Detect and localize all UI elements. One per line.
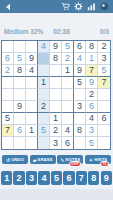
cell-r8c3[interactable]: 1 — [26, 125, 38, 137]
cell-r1c8[interactable]: 8 — [86, 41, 98, 53]
cell-r6c9[interactable] — [98, 101, 110, 113]
cell-r4c2[interactable] — [14, 77, 26, 89]
cart-icon[interactable] — [61, 2, 70, 11]
cell-r9c4[interactable] — [38, 137, 50, 149]
cell-r1c7[interactable]: 6 — [74, 41, 86, 53]
erase-button[interactable]: ▰ERASE — [30, 155, 56, 164]
cell-r5c3[interactable] — [26, 89, 38, 101]
cell-r5c1[interactable] — [2, 89, 14, 101]
numpad-8[interactable]: 8 — [88, 171, 99, 185]
cell-r5c9[interactable] — [98, 89, 110, 101]
cell-r3c6[interactable]: 1 — [62, 65, 74, 77]
numpad-2[interactable]: 2 — [13, 171, 24, 185]
numpad-4[interactable]: 4 — [38, 171, 49, 185]
numpad-3[interactable]: 3 — [26, 171, 37, 185]
cell-r6c4[interactable]: 2 — [38, 101, 50, 113]
cell-r8c4[interactable]: 5 — [38, 125, 50, 137]
cell-r2c4[interactable] — [38, 53, 50, 65]
cell-r4c4[interactable]: 1 — [38, 77, 50, 89]
top-bar — [0, 0, 113, 13]
cell-r3c2[interactable]: 8 — [14, 65, 26, 77]
undo-label: UNDO — [11, 157, 24, 162]
numpad-1[interactable]: 1 — [1, 171, 12, 185]
cell-r2c8[interactable]: 1 — [86, 53, 98, 65]
cell-r5c8[interactable]: 2 — [86, 89, 98, 101]
cell-r5c7[interactable] — [74, 89, 86, 101]
notes-icon: ✎ — [60, 157, 64, 163]
numpad-9[interactable]: 9 — [101, 171, 112, 185]
cell-r9c5[interactable]: 3 — [50, 137, 62, 149]
cell-r8c5[interactable]: 2 — [50, 125, 62, 137]
undo-icon: ↺ — [6, 157, 10, 163]
cell-r4c3[interactable] — [26, 77, 38, 89]
cell-r2c5[interactable]: 8 — [50, 53, 62, 65]
cell-r7c5[interactable]: 1 — [50, 113, 62, 125]
cell-r7c1[interactable]: 5 — [2, 113, 14, 125]
cell-r8c7[interactable]: 8 — [74, 125, 86, 137]
cell-r7c2[interactable] — [14, 113, 26, 125]
cell-r2c6[interactable]: 2 — [62, 53, 74, 65]
cell-r2c3[interactable]: 9 — [26, 53, 38, 65]
cell-r8c6[interactable]: 4 — [62, 125, 74, 137]
cell-r3c3[interactable]: 4 — [26, 65, 38, 77]
cell-r6c7[interactable]: 3 — [74, 101, 86, 113]
status-row: Medium 32% 02:38 0/3 — [0, 26, 113, 36]
cell-r6c1[interactable] — [2, 101, 14, 113]
cell-r2c9[interactable]: 3 — [98, 53, 110, 65]
cell-r1c2[interactable] — [14, 41, 26, 53]
cell-r1c6[interactable]: 5 — [62, 41, 74, 53]
cell-r5c4[interactable] — [38, 89, 50, 101]
cell-r1c4[interactable]: 4 — [38, 41, 50, 53]
mistakes-counter: 0/3 — [79, 28, 109, 35]
cell-r3c7[interactable]: 9 — [74, 65, 86, 77]
cell-r7c9[interactable]: 6 — [98, 113, 110, 125]
cell-r9c2[interactable] — [14, 137, 26, 149]
cell-r8c1[interactable]: 7 — [2, 125, 14, 137]
cell-r6c5[interactable] — [50, 101, 62, 113]
cell-r2c1[interactable]: 6 — [2, 53, 14, 65]
difficulty-label: Medium 32% — [4, 28, 44, 35]
cell-r1c5[interactable]: 9 — [50, 41, 62, 53]
cell-r9c6[interactable]: 6 — [62, 137, 74, 149]
numpad-7[interactable]: 7 — [76, 171, 87, 185]
cell-r9c9[interactable] — [98, 137, 110, 149]
cell-r7c3[interactable] — [26, 113, 38, 125]
cell-r7c7[interactable] — [74, 113, 86, 125]
numpad-5[interactable]: 5 — [51, 171, 62, 185]
hints-badge: 73 — [100, 161, 109, 168]
cell-r9c1[interactable] — [2, 137, 14, 149]
cell-r3c5[interactable] — [50, 65, 62, 77]
cell-r4c7[interactable]: 5 — [74, 77, 86, 89]
cell-r7c8[interactable]: 4 — [86, 113, 98, 125]
cell-r4c5[interactable] — [50, 77, 62, 89]
cell-r4c8[interactable]: 9 — [86, 77, 98, 89]
cell-r6c8[interactable]: 6 — [86, 101, 98, 113]
cell-r4c6[interactable] — [62, 77, 74, 89]
cell-r5c5[interactable] — [50, 89, 62, 101]
cell-r9c7[interactable] — [74, 137, 86, 149]
cell-r3c1[interactable]: 2 — [2, 65, 14, 77]
cell-r3c4[interactable] — [38, 65, 50, 77]
back-icon[interactable] — [3, 2, 12, 11]
cell-r5c6[interactable] — [62, 89, 74, 101]
cell-r3c8[interactable]: 7 — [86, 65, 98, 77]
number-pad: 123456789 — [1, 171, 112, 185]
cell-r8c9[interactable] — [98, 125, 110, 137]
cell-r6c2[interactable]: 9 — [14, 101, 26, 113]
sudoku-board[interactable]: 4956826598241328419751597292365146761524… — [1, 40, 111, 150]
theme-icon[interactable] — [100, 2, 109, 11]
notes-button[interactable]: ✎NOTESOFF — [57, 155, 83, 164]
cell-r8c8[interactable]: 3 — [86, 125, 98, 137]
cell-r1c3[interactable] — [26, 41, 38, 53]
cell-r3c9[interactable]: 5 — [98, 65, 110, 77]
cell-r6c3[interactable] — [26, 101, 38, 113]
cell-r7c6[interactable] — [62, 113, 74, 125]
undo-button[interactable]: ↺UNDO — [2, 155, 28, 164]
cell-r1c9[interactable]: 2 — [98, 41, 110, 53]
erase-label: ERASE — [38, 157, 53, 162]
notes-badge: OFF — [69, 161, 82, 168]
cell-r2c7[interactable]: 4 — [74, 53, 86, 65]
action-toolbar: ↺UNDO▰ERASE✎NOTESOFF✦HINTS73 — [2, 155, 111, 167]
numpad-6[interactable]: 6 — [63, 171, 74, 185]
cell-r7c4[interactable] — [38, 113, 50, 125]
cell-r2c2[interactable]: 5 — [14, 53, 26, 65]
cell-r4c1[interactable] — [2, 77, 14, 89]
timer: 02:38 — [44, 28, 79, 35]
hints-button[interactable]: ✦HINTS73 — [85, 155, 111, 164]
cell-r9c3[interactable] — [26, 137, 38, 149]
erase-icon: ▰ — [33, 157, 37, 163]
cell-r9c8[interactable]: 5 — [86, 137, 98, 149]
stats-icon[interactable] — [87, 2, 96, 11]
hints-icon: ✦ — [89, 157, 93, 163]
cell-r6c6[interactable] — [62, 101, 74, 113]
cell-r8c2[interactable]: 6 — [14, 125, 26, 137]
cell-r1c1[interactable] — [2, 41, 14, 53]
cell-r4c9[interactable]: 7 — [98, 77, 110, 89]
cell-r5c2[interactable] — [14, 89, 26, 101]
settings-gear-icon[interactable] — [74, 2, 83, 11]
bottom-strip — [0, 189, 113, 200]
